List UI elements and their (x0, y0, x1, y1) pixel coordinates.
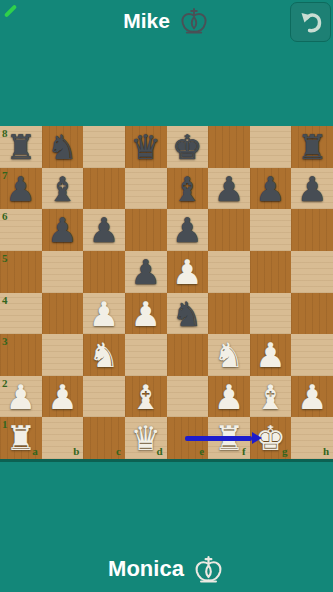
square-c1[interactable] (83, 417, 125, 459)
black-knight-e4[interactable]: ♞ (167, 293, 209, 335)
black-pawn-g7[interactable]: ♟ (250, 168, 292, 210)
square-f3[interactable]: ♞ (208, 334, 250, 376)
white-bishop-d2[interactable]: ♝ (125, 376, 167, 418)
square-d4[interactable]: ♟ (125, 293, 167, 335)
black-king-e8[interactable]: ♚ (167, 126, 209, 168)
black-queen-d8[interactable]: ♛ (125, 126, 167, 168)
player-bottom: Monica (0, 549, 333, 589)
square-b1[interactable] (42, 417, 84, 459)
undo-button[interactable] (290, 2, 331, 42)
black-knight-b8[interactable]: ♞ (42, 126, 84, 168)
square-a8[interactable]: ♜ (0, 126, 42, 168)
black-pawn-h7[interactable]: ♟ (291, 168, 333, 210)
square-e6[interactable]: ♟ (167, 209, 209, 251)
square-c3[interactable]: ♞ (83, 334, 125, 376)
square-e4[interactable]: ♞ (167, 293, 209, 335)
square-f6[interactable] (208, 209, 250, 251)
black-pawn-c6[interactable]: ♟ (83, 209, 125, 251)
square-e2[interactable] (167, 376, 209, 418)
square-d3[interactable] (125, 334, 167, 376)
black-pawn-f7[interactable]: ♟ (208, 168, 250, 210)
square-b5[interactable] (42, 251, 84, 293)
square-g5[interactable] (250, 251, 292, 293)
square-g8[interactable] (250, 126, 292, 168)
square-c7[interactable] (83, 168, 125, 210)
square-h4[interactable] (291, 293, 333, 335)
square-a5[interactable] (0, 251, 42, 293)
square-b7[interactable]: ♝ (42, 168, 84, 210)
white-knight-f3[interactable]: ♞ (208, 334, 250, 376)
black-king-crown-icon (178, 6, 210, 36)
square-d1[interactable]: ♛ (125, 417, 167, 459)
black-pawn-d5[interactable]: ♟ (125, 251, 167, 293)
square-d8[interactable]: ♛ (125, 126, 167, 168)
square-h1[interactable] (291, 417, 333, 459)
square-e7[interactable]: ♝ (167, 168, 209, 210)
square-e8[interactable]: ♚ (167, 126, 209, 168)
square-h3[interactable] (291, 334, 333, 376)
black-pawn-e6[interactable]: ♟ (167, 209, 209, 251)
square-e3[interactable] (167, 334, 209, 376)
white-bishop-g2[interactable]: ♝ (250, 376, 292, 418)
white-pawn-c4[interactable]: ♟ (83, 293, 125, 335)
white-queen-d1[interactable]: ♛ (125, 417, 167, 459)
square-b8[interactable]: ♞ (42, 126, 84, 168)
square-c5[interactable] (83, 251, 125, 293)
square-b6[interactable]: ♟ (42, 209, 84, 251)
last-move-arrow (185, 436, 252, 441)
square-b3[interactable] (42, 334, 84, 376)
black-rook-h8[interactable]: ♜ (291, 126, 333, 168)
square-h2[interactable]: ♟ (291, 376, 333, 418)
square-c8[interactable] (83, 126, 125, 168)
square-g3[interactable]: ♟ (250, 334, 292, 376)
square-f7[interactable]: ♟ (208, 168, 250, 210)
square-a6[interactable] (0, 209, 42, 251)
white-pawn-b2[interactable]: ♟ (42, 376, 84, 418)
square-g6[interactable] (250, 209, 292, 251)
last-move-arrow-head (252, 432, 262, 444)
square-g4[interactable] (250, 293, 292, 335)
chess-board[interactable]: ♜♞♛♚♜♟♝♝♟♟♟♟♟♟♟♟♟♟♞♞♞♟♟♟♝♟♝♟♜♛♜♚ (0, 126, 333, 459)
square-h5[interactable] (291, 251, 333, 293)
square-a4[interactable] (0, 293, 42, 335)
white-king-crown-icon (192, 554, 225, 585)
square-c2[interactable] (83, 376, 125, 418)
square-h7[interactable]: ♟ (291, 168, 333, 210)
white-pawn-h2[interactable]: ♟ (291, 376, 333, 418)
undo-icon (297, 8, 325, 36)
square-b2[interactable]: ♟ (42, 376, 84, 418)
player-bottom-name: Monica (108, 556, 184, 582)
white-pawn-e5[interactable]: ♟ (167, 251, 209, 293)
square-h8[interactable]: ♜ (291, 126, 333, 168)
black-pawn-a7[interactable]: ♟ (0, 168, 42, 210)
square-g2[interactable]: ♝ (250, 376, 292, 418)
square-d7[interactable] (125, 168, 167, 210)
square-c6[interactable]: ♟ (83, 209, 125, 251)
black-pawn-b6[interactable]: ♟ (42, 209, 84, 251)
square-a2[interactable]: ♟ (0, 376, 42, 418)
square-d2[interactable]: ♝ (125, 376, 167, 418)
white-pawn-f2[interactable]: ♟ (208, 376, 250, 418)
white-pawn-g3[interactable]: ♟ (250, 334, 292, 376)
square-d5[interactable]: ♟ (125, 251, 167, 293)
player-top-name: Mike (123, 9, 170, 33)
player-top: Mike (0, 4, 333, 38)
square-f5[interactable] (208, 251, 250, 293)
square-a7[interactable]: ♟ (0, 168, 42, 210)
square-b4[interactable] (42, 293, 84, 335)
square-d6[interactable] (125, 209, 167, 251)
board-bottom-edge (0, 459, 333, 462)
square-a3[interactable] (0, 334, 42, 376)
square-e5[interactable]: ♟ (167, 251, 209, 293)
white-pawn-a2[interactable]: ♟ (0, 376, 42, 418)
square-f2[interactable]: ♟ (208, 376, 250, 418)
square-f4[interactable] (208, 293, 250, 335)
white-pawn-d4[interactable]: ♟ (125, 293, 167, 335)
square-a1[interactable]: ♜ (0, 417, 42, 459)
square-f8[interactable] (208, 126, 250, 168)
app-screen: Mike ♜♞♛♚♜♟♝♝♟♟♟♟♟♟♟♟♟♟♞♞♞♟♟♟♝♟♝♟♜♛♜♚ Mo… (0, 0, 333, 592)
black-bishop-e7[interactable]: ♝ (167, 168, 209, 210)
square-h6[interactable] (291, 209, 333, 251)
square-g7[interactable]: ♟ (250, 168, 292, 210)
white-rook-a1[interactable]: ♜ (0, 417, 42, 459)
black-bishop-b7[interactable]: ♝ (42, 168, 84, 210)
square-c4[interactable]: ♟ (83, 293, 125, 335)
black-rook-a8[interactable]: ♜ (0, 126, 42, 168)
white-knight-c3[interactable]: ♞ (83, 334, 125, 376)
